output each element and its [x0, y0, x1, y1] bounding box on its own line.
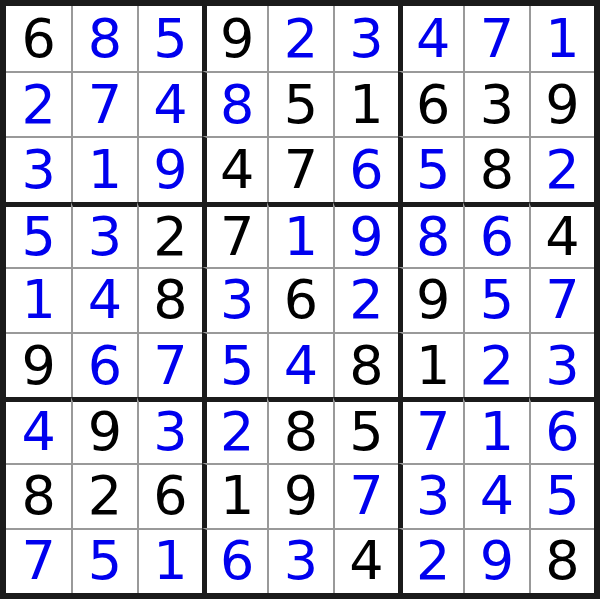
cell-r8c5: 9: [267, 463, 332, 528]
cell-r5c6: 2: [333, 267, 398, 332]
cell-r7c1: 4: [6, 397, 71, 462]
cell-r4c6: 9: [333, 202, 398, 267]
cell-r7c5: 8: [267, 397, 332, 462]
cell-r9c7: 2: [398, 528, 463, 593]
cell-r8c6: 7: [333, 463, 398, 528]
cell-r1c3: 5: [137, 6, 202, 71]
cell-r1c2: 8: [71, 6, 136, 71]
cell-r3c6: 6: [333, 136, 398, 201]
cell-r6c5: 4: [267, 332, 332, 397]
cell-r6c6: 8: [333, 332, 398, 397]
cell-r5c5: 6: [267, 267, 332, 332]
cell-r9c2: 5: [71, 528, 136, 593]
cell-r2c8: 3: [463, 71, 528, 136]
cell-r7c6: 5: [333, 397, 398, 462]
cell-r6c9: 3: [529, 332, 594, 397]
cell-r7c8: 1: [463, 397, 528, 462]
cell-r9c5: 3: [267, 528, 332, 593]
cell-r1c9: 1: [529, 6, 594, 71]
cell-r3c8: 8: [463, 136, 528, 201]
cell-r2c3: 4: [137, 71, 202, 136]
sudoku-board: 6859234712748516393194765825327198641483…: [0, 0, 600, 599]
cell-r7c7: 7: [398, 397, 463, 462]
cell-r4c7: 8: [398, 202, 463, 267]
cell-r4c9: 4: [529, 202, 594, 267]
cell-r6c4: 5: [202, 332, 267, 397]
cell-r9c9: 8: [529, 528, 594, 593]
cell-r3c9: 2: [529, 136, 594, 201]
cell-r5c9: 7: [529, 267, 594, 332]
cell-r8c9: 5: [529, 463, 594, 528]
cell-r3c5: 7: [267, 136, 332, 201]
cell-r5c3: 8: [137, 267, 202, 332]
cell-r6c3: 7: [137, 332, 202, 397]
cell-r8c3: 6: [137, 463, 202, 528]
cell-r8c2: 2: [71, 463, 136, 528]
cell-r5c7: 9: [398, 267, 463, 332]
cell-r1c7: 4: [398, 6, 463, 71]
cell-r4c4: 7: [202, 202, 267, 267]
cell-r5c4: 3: [202, 267, 267, 332]
cell-r9c8: 9: [463, 528, 528, 593]
cell-r5c1: 1: [6, 267, 71, 332]
cell-r6c7: 1: [398, 332, 463, 397]
cell-r1c8: 7: [463, 6, 528, 71]
cell-r4c3: 2: [137, 202, 202, 267]
cell-r9c4: 6: [202, 528, 267, 593]
cell-r7c4: 2: [202, 397, 267, 462]
cell-r8c1: 8: [6, 463, 71, 528]
cell-r2c6: 1: [333, 71, 398, 136]
cell-r4c2: 3: [71, 202, 136, 267]
cell-r2c7: 6: [398, 71, 463, 136]
cell-r2c2: 7: [71, 71, 136, 136]
cell-r6c8: 2: [463, 332, 528, 397]
cell-r7c2: 9: [71, 397, 136, 462]
cell-r3c2: 1: [71, 136, 136, 201]
cell-r9c3: 1: [137, 528, 202, 593]
cell-r3c3: 9: [137, 136, 202, 201]
cell-r4c8: 6: [463, 202, 528, 267]
cell-r6c1: 9: [6, 332, 71, 397]
cell-r1c4: 9: [202, 6, 267, 71]
cell-r8c8: 4: [463, 463, 528, 528]
cell-r1c5: 2: [267, 6, 332, 71]
cell-r7c9: 6: [529, 397, 594, 462]
cell-r5c8: 5: [463, 267, 528, 332]
cell-r8c7: 3: [398, 463, 463, 528]
cell-r2c4: 8: [202, 71, 267, 136]
cell-r7c3: 3: [137, 397, 202, 462]
cell-r4c5: 1: [267, 202, 332, 267]
cell-r3c1: 3: [6, 136, 71, 201]
cell-r9c1: 7: [6, 528, 71, 593]
cell-r9c6: 4: [333, 528, 398, 593]
cell-r3c4: 4: [202, 136, 267, 201]
cell-r4c1: 5: [6, 202, 71, 267]
cell-r2c9: 9: [529, 71, 594, 136]
cell-r1c6: 3: [333, 6, 398, 71]
cell-r6c2: 6: [71, 332, 136, 397]
cell-r8c4: 1: [202, 463, 267, 528]
cell-r5c2: 4: [71, 267, 136, 332]
cell-r1c1: 6: [6, 6, 71, 71]
cell-r2c1: 2: [6, 71, 71, 136]
cell-r3c7: 5: [398, 136, 463, 201]
cell-r2c5: 5: [267, 71, 332, 136]
